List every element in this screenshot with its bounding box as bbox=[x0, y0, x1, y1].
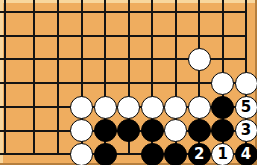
go-stone-black bbox=[117, 119, 140, 142]
move-number-label: 4 bbox=[241, 147, 251, 162]
go-stone-black bbox=[211, 119, 234, 142]
go-stone-black bbox=[94, 119, 117, 142]
grid-line-vertical bbox=[33, 0, 35, 155]
go-stone-black: 4 bbox=[235, 143, 258, 166]
go-stone-white: 3 bbox=[235, 119, 258, 142]
go-stone-black: 2 bbox=[188, 143, 211, 166]
go-stone-white bbox=[164, 96, 187, 119]
go-stone-white bbox=[188, 48, 211, 71]
go-stone-white bbox=[211, 72, 234, 95]
go-stone-white bbox=[141, 96, 164, 119]
grid-line-vertical bbox=[4, 0, 6, 155]
go-stone-black bbox=[211, 96, 234, 119]
go-stone-black bbox=[141, 143, 164, 166]
move-number-label: 1 bbox=[217, 147, 227, 162]
go-stone-white bbox=[94, 96, 117, 119]
go-stone-black bbox=[94, 143, 117, 166]
go-stone-white bbox=[70, 96, 93, 119]
grid-line-horizontal bbox=[0, 11, 247, 13]
grid-line-horizontal bbox=[0, 35, 247, 37]
go-stone-white bbox=[70, 119, 93, 142]
grid-line-vertical bbox=[57, 0, 59, 155]
go-stone-white: 5 bbox=[235, 96, 258, 119]
go-stone-black bbox=[164, 143, 187, 166]
move-number-label: 3 bbox=[241, 123, 251, 138]
go-stone-white bbox=[164, 119, 187, 142]
go-stone-white bbox=[70, 143, 93, 166]
go-stone-white bbox=[188, 96, 211, 119]
go-stone-white bbox=[117, 96, 140, 119]
move-number-label: 5 bbox=[241, 100, 251, 115]
go-stone-white: 1 bbox=[211, 143, 234, 166]
go-board: 53214 bbox=[0, 0, 257, 165]
move-number-label: 2 bbox=[194, 147, 204, 162]
go-stone-black bbox=[141, 119, 164, 142]
go-stone-black bbox=[188, 119, 211, 142]
grid-line-horizontal bbox=[0, 82, 247, 84]
go-stone-white bbox=[235, 72, 258, 95]
